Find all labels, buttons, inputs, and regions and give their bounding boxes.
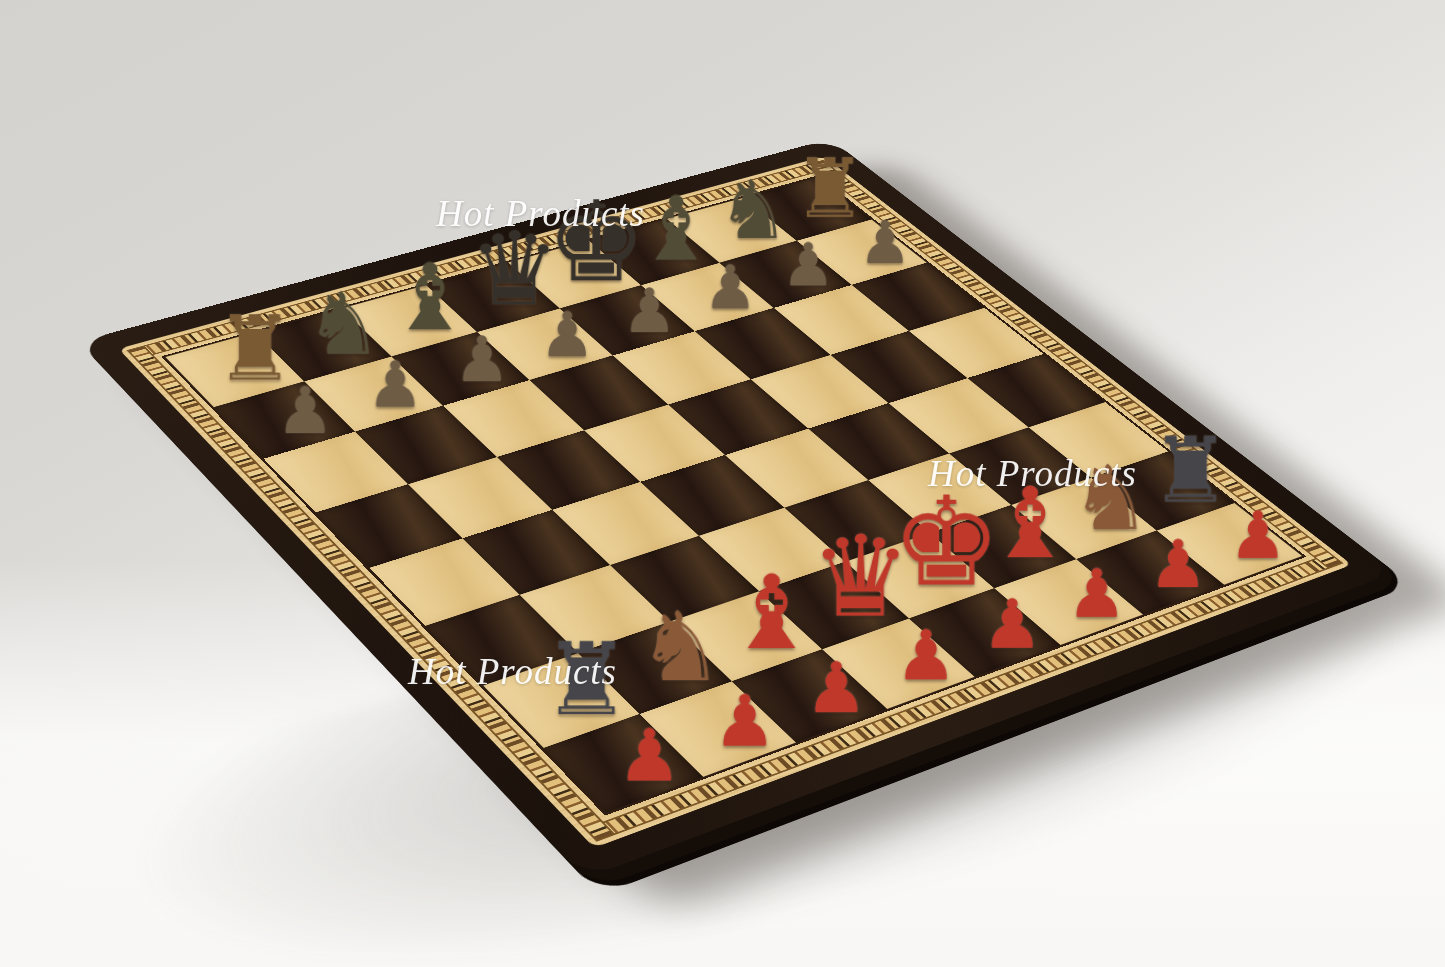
piece-white-pawn-b1: ♟ — [712, 689, 776, 755]
piece-white-pawn-c1: ♟ — [805, 656, 868, 721]
piece-black-pawn-e7: ♟ — [622, 283, 677, 339]
piece-black-pawn-g7: ♟ — [782, 238, 836, 293]
piece-black-pawn-c7: ♟ — [454, 331, 510, 389]
piece-white-knight-b2: ♞ — [637, 604, 723, 693]
piece-white-rook-h2: ♜ — [1150, 429, 1231, 512]
piece-black-pawn-b7: ♟ — [366, 356, 423, 415]
watermark: Hot Products — [408, 650, 617, 693]
product-photo-scene: ♜♞♝♛♚♝♞♜♟♟♟♟♟♟♟♟♜♞♝♛♚♝♞♜♟♟♟♟♟♟♟♟ Hot Pro… — [0, 0, 1445, 967]
piece-black-pawn-d7: ♟ — [539, 307, 595, 364]
piece-white-bishop-c2: ♝ — [726, 566, 818, 660]
watermark: Hot Products — [928, 452, 1137, 495]
watermark: Hot Products — [436, 192, 645, 235]
piece-black-pawn-a7: ♟ — [276, 381, 334, 441]
piece-black-pawn-f7: ♟ — [703, 260, 757, 316]
piece-white-pawn-h1: ♟ — [1228, 506, 1287, 566]
piece-white-pawn-a1: ♟ — [617, 723, 682, 790]
piece-white-queen-d2: ♛ — [810, 525, 911, 629]
piece-white-pawn-f1: ♟ — [1066, 563, 1126, 625]
piece-white-pawn-d1: ♟ — [895, 624, 957, 688]
piece-white-pawn-g1: ♟ — [1149, 534, 1208, 595]
piece-white-pawn-e1: ♟ — [982, 593, 1043, 656]
